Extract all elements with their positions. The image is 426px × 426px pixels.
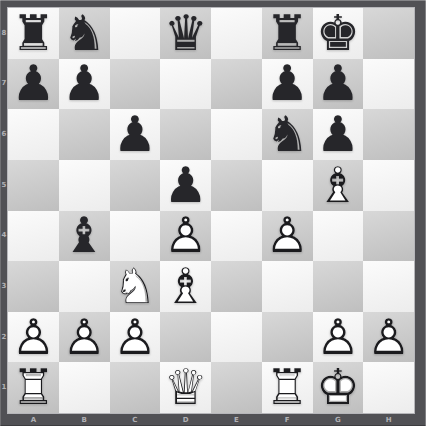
piece-white-rook[interactable]: ♜♖ [265, 363, 309, 412]
square-c3[interactable]: ♞♘ [110, 261, 161, 312]
square-a1[interactable]: ♜♖ [8, 362, 59, 413]
square-c8[interactable] [110, 8, 161, 59]
file-label-e: E [211, 413, 262, 426]
square-h6[interactable] [363, 109, 414, 160]
square-f7[interactable]: ♟ [262, 59, 313, 110]
square-b6[interactable] [59, 109, 110, 160]
square-f1[interactable]: ♜♖ [262, 362, 313, 413]
square-a3[interactable] [8, 261, 59, 312]
square-e1[interactable] [211, 362, 262, 413]
rank-label-2: 2 [0, 312, 8, 363]
square-c2[interactable]: ♟♙ [110, 312, 161, 363]
square-d6[interactable] [160, 109, 211, 160]
piece-black-pawn[interactable]: ♟ [62, 59, 106, 108]
square-d5[interactable]: ♟ [160, 160, 211, 211]
piece-white-pawn[interactable]: ♟♙ [62, 313, 106, 362]
square-h5[interactable] [363, 160, 414, 211]
piece-white-bishop[interactable]: ♝♗ [164, 262, 208, 311]
rank-label-8: 8 [0, 8, 8, 59]
piece-black-pawn[interactable]: ♟ [11, 59, 55, 108]
square-e8[interactable] [211, 8, 262, 59]
square-b3[interactable] [59, 261, 110, 312]
square-e6[interactable] [211, 109, 262, 160]
piece-white-knight[interactable]: ♞♘ [113, 262, 157, 311]
rank-label-6: 6 [0, 109, 8, 160]
square-a2[interactable]: ♟♙ [8, 312, 59, 363]
piece-black-pawn[interactable]: ♟ [164, 161, 208, 210]
rank-label-5: 5 [0, 160, 8, 211]
piece-black-king[interactable]: ♚ [316, 9, 360, 58]
rank-label-3: 3 [0, 261, 8, 312]
square-f6[interactable]: ♞ [262, 109, 313, 160]
piece-black-knight[interactable]: ♞ [62, 9, 106, 58]
square-f4[interactable]: ♟♙ [262, 211, 313, 262]
square-g4[interactable] [313, 211, 364, 262]
square-a5[interactable] [8, 160, 59, 211]
square-g1[interactable]: ♚♔ [313, 362, 364, 413]
piece-black-rook[interactable]: ♜ [11, 9, 55, 58]
square-a7[interactable]: ♟ [8, 59, 59, 110]
square-g2[interactable]: ♟♙ [313, 312, 364, 363]
square-g7[interactable]: ♟ [313, 59, 364, 110]
piece-white-bishop[interactable]: ♝♗ [316, 161, 360, 210]
piece-black-pawn[interactable]: ♟ [316, 59, 360, 108]
square-b8[interactable]: ♞ [59, 8, 110, 59]
piece-white-king[interactable]: ♚♔ [316, 363, 360, 412]
file-label-c: C [110, 413, 161, 426]
piece-white-pawn[interactable]: ♟♙ [265, 211, 309, 260]
file-label-b: B [59, 413, 110, 426]
piece-white-pawn[interactable]: ♟♙ [316, 313, 360, 362]
square-f5[interactable] [262, 160, 313, 211]
piece-white-pawn[interactable]: ♟♙ [113, 313, 157, 362]
square-c4[interactable] [110, 211, 161, 262]
square-b2[interactable]: ♟♙ [59, 312, 110, 363]
piece-white-queen[interactable]: ♛♕ [164, 363, 208, 412]
piece-white-pawn[interactable]: ♟♙ [367, 313, 411, 362]
square-e2[interactable] [211, 312, 262, 363]
square-c1[interactable] [110, 362, 161, 413]
chess-board: 87654321ABCDEFGH♜♞♛♜♚♟♟♟♟♟♞♟♟♝♗♝♟♙♟♙♞♘♝♗… [0, 0, 426, 426]
piece-white-pawn[interactable]: ♟♙ [164, 211, 208, 260]
square-e7[interactable] [211, 59, 262, 110]
square-c7[interactable] [110, 59, 161, 110]
square-h8[interactable] [363, 8, 414, 59]
square-h2[interactable]: ♟♙ [363, 312, 414, 363]
square-c5[interactable] [110, 160, 161, 211]
square-c6[interactable]: ♟ [110, 109, 161, 160]
square-d1[interactable]: ♛♕ [160, 362, 211, 413]
piece-black-knight[interactable]: ♞ [265, 110, 309, 159]
square-f2[interactable] [262, 312, 313, 363]
piece-black-pawn[interactable]: ♟ [316, 110, 360, 159]
piece-black-queen[interactable]: ♛ [164, 9, 208, 58]
square-h1[interactable] [363, 362, 414, 413]
square-h7[interactable] [363, 59, 414, 110]
piece-white-rook[interactable]: ♜♖ [11, 363, 55, 412]
rank-label-1: 1 [0, 362, 8, 413]
file-label-g: G [313, 413, 364, 426]
square-e4[interactable] [211, 211, 262, 262]
rank-label-4: 4 [0, 211, 8, 262]
square-a4[interactable] [8, 211, 59, 262]
square-b1[interactable] [59, 362, 110, 413]
square-g8[interactable]: ♚ [313, 8, 364, 59]
square-g6[interactable]: ♟ [313, 109, 364, 160]
square-b4[interactable]: ♝ [59, 211, 110, 262]
square-e5[interactable] [211, 160, 262, 211]
square-e3[interactable] [211, 261, 262, 312]
file-label-a: A [8, 413, 59, 426]
file-label-f: F [262, 413, 313, 426]
square-d2[interactable] [160, 312, 211, 363]
file-label-h: H [363, 413, 414, 426]
square-h4[interactable] [363, 211, 414, 262]
piece-black-rook[interactable]: ♜ [265, 9, 309, 58]
square-g5[interactable]: ♝♗ [313, 160, 364, 211]
file-label-d: D [160, 413, 211, 426]
piece-black-pawn[interactable]: ♟ [265, 59, 309, 108]
piece-white-pawn[interactable]: ♟♙ [11, 313, 55, 362]
square-d7[interactable] [160, 59, 211, 110]
square-f3[interactable] [262, 261, 313, 312]
square-d3[interactable]: ♝♗ [160, 261, 211, 312]
square-b7[interactable]: ♟ [59, 59, 110, 110]
square-a8[interactable]: ♜ [8, 8, 59, 59]
square-f8[interactable]: ♜ [262, 8, 313, 59]
square-h3[interactable] [363, 261, 414, 312]
square-a6[interactable] [8, 109, 59, 160]
piece-black-bishop[interactable]: ♝ [62, 211, 106, 260]
square-g3[interactable] [313, 261, 364, 312]
piece-black-pawn[interactable]: ♟ [113, 110, 157, 159]
square-d4[interactable]: ♟♙ [160, 211, 211, 262]
rank-label-7: 7 [0, 59, 8, 110]
square-b5[interactable] [59, 160, 110, 211]
square-d8[interactable]: ♛ [160, 8, 211, 59]
